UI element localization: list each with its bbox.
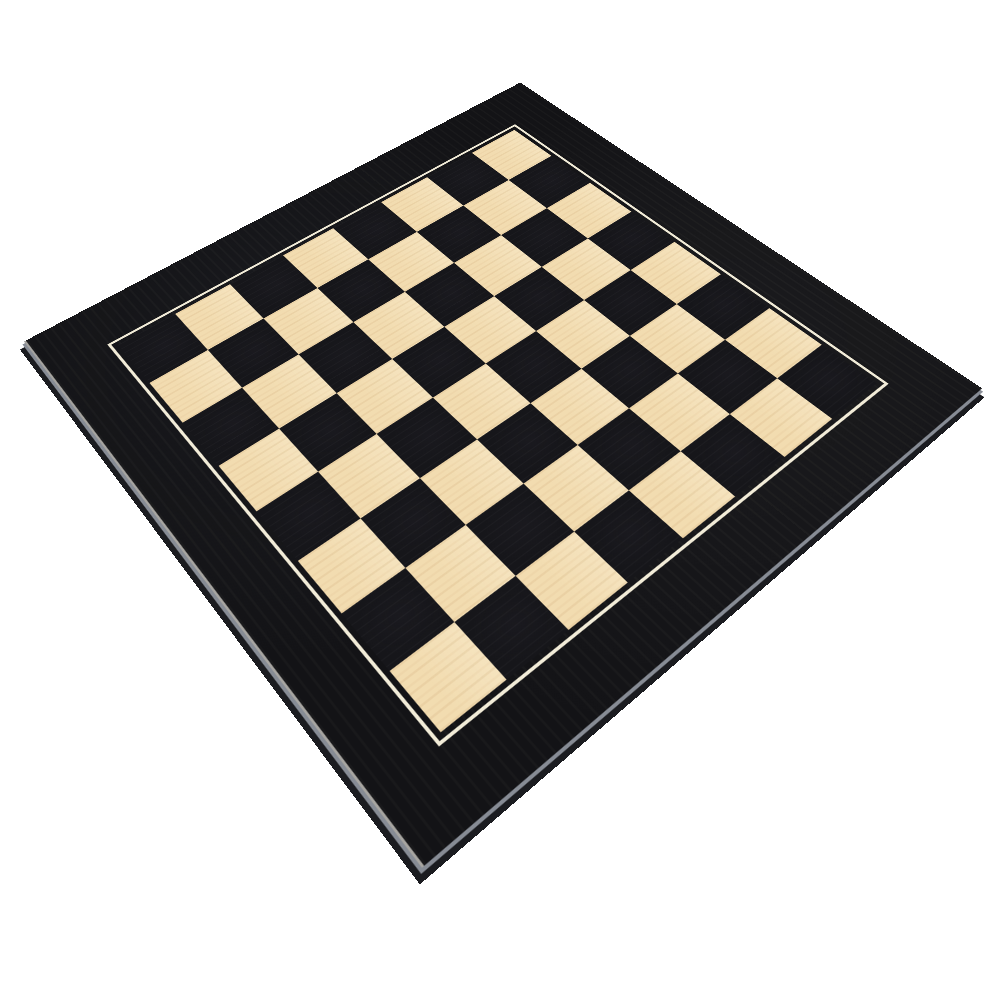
scene — [0, 0, 1000, 1000]
board-rotation-wrapper — [129, 8, 841, 720]
chess-board — [24, 83, 982, 868]
playing-field — [118, 130, 877, 732]
